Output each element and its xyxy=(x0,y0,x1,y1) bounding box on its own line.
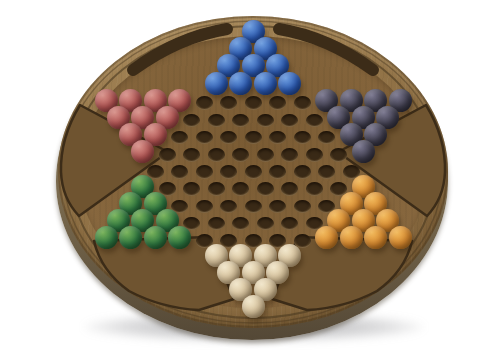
hole[interactable] xyxy=(318,165,335,179)
hole[interactable] xyxy=(208,217,225,231)
hole[interactable] xyxy=(183,114,200,128)
hole[interactable] xyxy=(269,96,286,110)
hole[interactable] xyxy=(257,182,274,196)
hole[interactable] xyxy=(257,217,274,231)
hole[interactable] xyxy=(220,131,237,145)
hole[interactable] xyxy=(281,148,298,162)
marble-green[interactable] xyxy=(119,226,142,249)
hole[interactable] xyxy=(232,114,249,128)
marble-orange[interactable] xyxy=(340,226,363,249)
hole[interactable] xyxy=(196,200,213,214)
hole[interactable] xyxy=(257,148,274,162)
hole[interactable] xyxy=(196,165,213,179)
hole[interactable] xyxy=(220,200,237,214)
marble-orange[interactable] xyxy=(315,226,338,249)
hole[interactable] xyxy=(281,114,298,128)
hole[interactable] xyxy=(245,131,262,145)
hole[interactable] xyxy=(208,114,225,128)
hole[interactable] xyxy=(208,148,225,162)
hole[interactable] xyxy=(269,200,286,214)
hole[interactable] xyxy=(220,96,237,110)
marble-natural[interactable] xyxy=(242,295,265,318)
marble-orange[interactable] xyxy=(364,226,387,249)
hole[interactable] xyxy=(269,165,286,179)
hole[interactable] xyxy=(294,200,311,214)
marble-black[interactable] xyxy=(352,140,375,163)
marble-green[interactable] xyxy=(95,226,118,249)
hole[interactable] xyxy=(257,114,274,128)
hole[interactable] xyxy=(306,114,323,128)
hole[interactable] xyxy=(294,165,311,179)
photo-background xyxy=(0,0,500,353)
hole[interactable] xyxy=(245,165,262,179)
hole[interactable] xyxy=(220,165,237,179)
hole[interactable] xyxy=(281,182,298,196)
marble-blue[interactable] xyxy=(229,72,252,95)
hole[interactable] xyxy=(171,131,188,145)
hole[interactable] xyxy=(232,182,249,196)
hole[interactable] xyxy=(196,96,213,110)
marble-green[interactable] xyxy=(144,226,167,249)
hole[interactable] xyxy=(330,148,347,162)
hole[interactable] xyxy=(318,131,335,145)
hole-grid xyxy=(0,0,500,353)
hole[interactable] xyxy=(306,182,323,196)
hole[interactable] xyxy=(232,148,249,162)
marble-blue[interactable] xyxy=(205,72,228,95)
hole[interactable] xyxy=(196,131,213,145)
hole[interactable] xyxy=(245,200,262,214)
hole[interactable] xyxy=(171,165,188,179)
hole[interactable] xyxy=(306,148,323,162)
marble-orange[interactable] xyxy=(389,226,412,249)
hole[interactable] xyxy=(281,217,298,231)
hole[interactable] xyxy=(208,182,225,196)
marble-red[interactable] xyxy=(131,140,154,163)
marble-green[interactable] xyxy=(168,226,191,249)
hole[interactable] xyxy=(159,148,176,162)
hole[interactable] xyxy=(183,182,200,196)
marble-blue[interactable] xyxy=(278,72,301,95)
marble-blue[interactable] xyxy=(254,72,277,95)
hole[interactable] xyxy=(232,217,249,231)
hole[interactable] xyxy=(245,96,262,110)
hole[interactable] xyxy=(183,148,200,162)
hole[interactable] xyxy=(269,131,286,145)
hole[interactable] xyxy=(294,131,311,145)
hole[interactable] xyxy=(294,96,311,110)
